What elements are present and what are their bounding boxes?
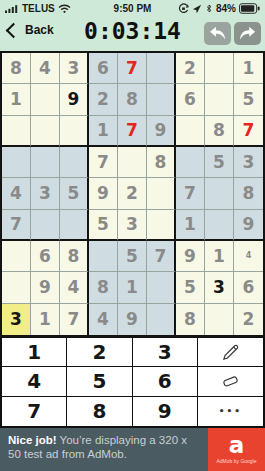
ad-text: Nice job! You’re displaying a 320 x 50 t… [8,433,200,462]
cell-r5c7[interactable]: 7 [176,178,205,209]
cell-r9c6[interactable] [147,304,176,335]
cell-r1c7[interactable]: 2 [176,53,205,84]
key-6[interactable]: 6 [133,367,198,396]
cell-r5c1[interactable]: 4 [2,178,31,209]
cell-r8c3[interactable]: 4 [60,272,89,303]
cell-r9c3[interactable]: 7 [60,304,89,335]
undo-arrow-icon [208,26,228,41]
cell-r7c1[interactable] [2,241,31,272]
sudoku-board: 8436721192865179877853435927875319685791… [0,51,265,337]
redo-button[interactable] [234,22,261,45]
number-pad: 123456789••• [0,337,265,428]
cell-r6c3[interactable] [60,210,89,241]
cell-r8c1[interactable] [2,272,31,303]
key-3[interactable]: 3 [133,338,198,367]
cell-r5c4[interactable]: 9 [89,178,118,209]
cell-r4c5[interactable] [118,147,147,178]
cell-r8c6[interactable] [147,272,176,303]
key-2[interactable]: 2 [67,338,132,367]
cell-r2c3[interactable]: 9 [60,84,89,115]
cell-r1c8[interactable] [205,53,234,84]
key-eraser[interactable] [198,367,263,396]
cell-r8c9[interactable]: 6 [234,272,263,303]
cell-r1c3[interactable]: 3 [60,53,89,84]
cell-r9c8[interactable] [205,304,234,335]
ad-headline: Nice job! [8,434,57,446]
cell-r1c4[interactable]: 6 [89,53,118,84]
cell-r4c6[interactable]: 8 [147,147,176,178]
cell-r6c4[interactable]: 5 [89,210,118,241]
key-7[interactable]: 7 [2,397,67,426]
cell-r9c9[interactable]: 2 [234,304,263,335]
cell-r8c5[interactable]: 1 [118,272,147,303]
cell-r5c5[interactable]: 2 [118,178,147,209]
cell-r8c4[interactable]: 8 [89,272,118,303]
cell-r6c6[interactable] [147,210,176,241]
cell-r7c7[interactable]: 9 [176,241,205,272]
cell-r7c3[interactable]: 8 [60,241,89,272]
more-icon: ••• [219,406,242,416]
cell-r2c9[interactable]: 5 [234,84,263,115]
cell-r9c5[interactable]: 9 [118,304,147,335]
cell-r3c1[interactable] [2,116,31,147]
battery-icon [239,3,260,14]
cell-r4c1[interactable] [2,147,31,178]
cell-r6c8[interactable] [205,210,234,241]
cell-r8c8[interactable]: 3 [205,272,234,303]
sudoku-app-screen: TELUS 9:50 PM 84% [0,0,265,471]
cell-r2c4[interactable]: 2 [89,84,118,115]
cell-r2c8[interactable] [205,84,234,115]
key-1[interactable]: 1 [2,338,67,367]
cell-r1c6[interactable] [147,53,176,84]
key-more[interactable]: ••• [198,397,263,426]
key-4[interactable]: 4 [2,367,67,396]
cell-r3c4[interactable]: 1 [89,116,118,147]
key-9[interactable]: 9 [133,397,198,426]
cell-r9c7[interactable]: 8 [176,304,205,335]
key-pencil[interactable] [198,338,263,367]
cell-r2c6[interactable] [147,84,176,115]
rotation-lock-icon [178,3,189,14]
admob-a-icon: a [229,434,245,457]
cell-r9c2[interactable]: 1 [31,304,60,335]
cell-r1c5[interactable]: 7 [118,53,147,84]
cell-r5c2[interactable]: 3 [31,178,60,209]
cell-r5c6[interactable] [147,178,176,209]
cell-r1c2[interactable]: 4 [31,53,60,84]
cell-r7c4[interactable] [89,241,118,272]
location-icon [192,4,202,14]
status-bar: TELUS 9:50 PM 84% [0,0,265,17]
eraser-icon [221,373,240,389]
cell-r5c8[interactable] [205,178,234,209]
cell-r8c7[interactable]: 5 [176,272,205,303]
cell-r9c4[interactable]: 4 [89,304,118,335]
cell-r4c4[interactable]: 7 [89,147,118,178]
cell-r7c5[interactable]: 5 [118,241,147,272]
cell-r8c2[interactable]: 9 [31,272,60,303]
cell-r5c9[interactable]: 8 [234,178,263,209]
cell-r6c2[interactable] [31,210,60,241]
pencil-icon [221,343,240,362]
cell-r3c9[interactable]: 7 [234,116,263,147]
cell-r4c3[interactable] [60,147,89,178]
redo-arrow-icon [238,26,258,41]
cell-r7c8[interactable]: 1 [205,241,234,272]
cell-r6c7[interactable]: 1 [176,210,205,241]
undo-button[interactable] [204,22,231,45]
cell-r1c1[interactable]: 8 [2,53,31,84]
cell-r3c2[interactable] [31,116,60,147]
cell-r9c1[interactable]: 3 [2,304,31,335]
battery-percent: 84% [216,3,236,14]
cell-r5c3[interactable]: 5 [60,178,89,209]
cell-r4c9[interactable]: 3 [234,147,263,178]
cell-r7c9[interactable]: 4 [234,241,263,272]
cell-r2c5[interactable]: 8 [118,84,147,115]
cell-r4c7[interactable] [176,147,205,178]
cell-r2c1[interactable]: 1 [2,84,31,115]
cell-r4c2[interactable] [31,147,60,178]
cell-r1c9[interactable]: 1 [234,53,263,84]
cell-r3c6[interactable]: 9 [147,116,176,147]
cell-r7c6[interactable]: 7 [147,241,176,272]
cell-r6c1[interactable]: 7 [2,210,31,241]
cell-r2c2[interactable] [31,84,60,115]
cell-r3c8[interactable]: 8 [205,116,234,147]
admob-logo: a AdMob by Google [208,428,265,471]
bluetooth-icon [205,3,213,14]
key-8[interactable]: 8 [67,397,132,426]
cell-r2c7[interactable]: 6 [176,84,205,115]
cell-r7c2[interactable]: 6 [31,241,60,272]
ad-banner[interactable]: Nice job! You’re displaying a 320 x 50 t… [0,428,265,471]
cell-r3c5[interactable]: 7 [118,116,147,147]
cell-r3c7[interactable] [176,116,205,147]
cell-r6c5[interactable]: 3 [118,210,147,241]
cell-r6c9[interactable]: 9 [234,210,263,241]
admob-caption: AdMob by Google [216,458,256,464]
cell-r4c8[interactable]: 5 [205,147,234,178]
nav-bar: Back 0:03:14 [0,17,265,51]
cell-r3c3[interactable] [60,116,89,147]
key-5[interactable]: 5 [67,367,132,396]
